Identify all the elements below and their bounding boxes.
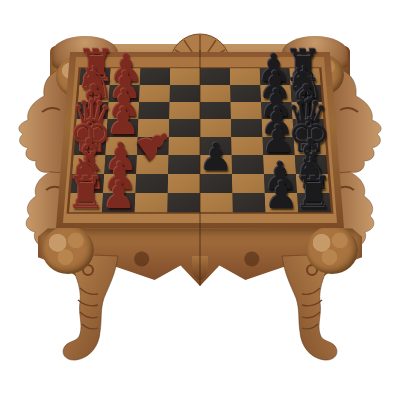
square-a4 [170, 68, 200, 85]
square-c7 [261, 102, 293, 119]
square-a1 [79, 68, 110, 85]
square-a2 [110, 68, 141, 85]
square-g6 [232, 174, 265, 193]
square-h5 [200, 193, 233, 213]
square-d7 [262, 119, 294, 137]
square-b4 [170, 85, 200, 102]
square-h4 [167, 193, 200, 213]
square-d4 [169, 119, 200, 137]
square-b1 [78, 85, 110, 102]
square-a7 [260, 68, 291, 85]
square-b3 [139, 85, 170, 102]
square-c2 [107, 102, 139, 119]
square-h7 [265, 193, 299, 213]
square-c6 [230, 102, 261, 119]
square-f8 [295, 155, 328, 174]
square-c1 [77, 102, 109, 119]
square-a5 [200, 68, 230, 85]
square-b7 [260, 85, 291, 102]
square-a8 [289, 68, 320, 85]
square-e5 [200, 137, 232, 155]
chess-table-photo: ♜♞♝♛♚♝♞♜♟♟♟♟♟♟♟♟♟♟♟♟♟♟♟♟♜♞♝♛♚♝♞♜ [0, 0, 400, 400]
square-b8 [290, 85, 322, 102]
square-f6 [232, 155, 264, 174]
square-d6 [231, 119, 263, 137]
square-b2 [109, 85, 140, 102]
square-g2 [103, 174, 136, 193]
square-a6 [230, 68, 260, 85]
square-c4 [169, 102, 200, 119]
square-f7 [263, 155, 296, 174]
square-b5 [200, 85, 230, 102]
square-h8 [297, 193, 331, 213]
square-f5 [200, 155, 232, 174]
square-d2 [106, 119, 138, 137]
square-g3 [135, 174, 168, 193]
square-e3 [137, 137, 169, 155]
square-e6 [231, 137, 263, 155]
board-fold-seam [199, 50, 201, 286]
square-h2 [102, 193, 136, 213]
square-c5 [200, 102, 231, 119]
square-e1 [74, 137, 107, 155]
square-g7 [264, 174, 297, 193]
square-e7 [262, 137, 294, 155]
square-c8 [291, 102, 323, 119]
flower-rosette-bottom-left [42, 226, 94, 274]
square-h3 [135, 193, 168, 213]
square-g8 [296, 174, 329, 193]
square-e2 [105, 137, 137, 155]
square-d5 [200, 119, 231, 137]
square-d8 [293, 119, 325, 137]
square-c3 [138, 102, 169, 119]
square-d3 [138, 119, 170, 137]
square-g4 [168, 174, 200, 193]
flower-rosette-bottom-right [306, 226, 358, 274]
square-a3 [140, 68, 170, 85]
square-e8 [294, 137, 327, 155]
square-g5 [200, 174, 232, 193]
square-b6 [230, 85, 261, 102]
square-d1 [75, 119, 107, 137]
square-f2 [104, 155, 137, 174]
square-h1 [69, 193, 103, 213]
square-h6 [232, 193, 265, 213]
square-f1 [72, 155, 105, 174]
square-f4 [168, 155, 200, 174]
square-g1 [71, 174, 104, 193]
square-f3 [136, 155, 168, 174]
square-e4 [168, 137, 200, 155]
